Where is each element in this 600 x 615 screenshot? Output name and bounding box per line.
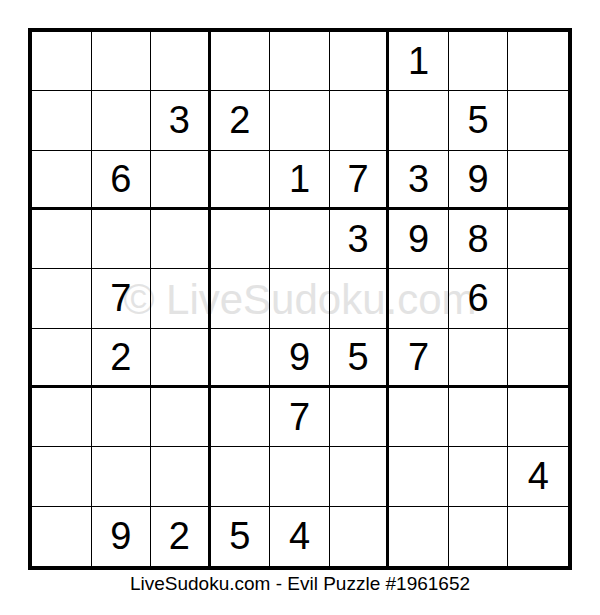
cell-r2c3[interactable]: 3 <box>151 91 211 150</box>
cell-r2c6[interactable] <box>330 91 390 150</box>
cell-r8c6[interactable] <box>330 447 390 506</box>
cell-r5c6[interactable] <box>330 269 390 328</box>
cell-r2c2[interactable] <box>92 91 152 150</box>
cell-r9c8[interactable] <box>449 507 509 566</box>
cell-r7c5[interactable]: 7 <box>270 388 330 447</box>
cell-r9c1[interactable] <box>32 507 92 566</box>
cell-r3c1[interactable] <box>32 151 92 210</box>
caption: LiveSudoku.com - Evil Puzzle #1961652 <box>0 573 600 595</box>
cell-r3c2[interactable]: 6 <box>92 151 152 210</box>
cell-r6c6[interactable]: 5 <box>330 329 390 388</box>
cell-r2c4[interactable]: 2 <box>211 91 271 150</box>
cell-r3c6[interactable]: 7 <box>330 151 390 210</box>
cell-r1c5[interactable] <box>270 32 330 91</box>
board-row-7: 7 <box>32 388 568 447</box>
cell-r4c1[interactable] <box>32 210 92 269</box>
cell-r8c3[interactable] <box>151 447 211 506</box>
cell-r4c7[interactable]: 9 <box>389 210 449 269</box>
cell-r4c8[interactable]: 8 <box>449 210 509 269</box>
cell-r3c9[interactable] <box>508 151 568 210</box>
cell-r4c2[interactable] <box>92 210 152 269</box>
cell-r7c2[interactable] <box>92 388 152 447</box>
cell-r5c9[interactable] <box>508 269 568 328</box>
cell-r4c3[interactable] <box>151 210 211 269</box>
cell-r6c4[interactable] <box>211 329 271 388</box>
cell-r9c7[interactable] <box>389 507 449 566</box>
cell-r3c4[interactable] <box>211 151 271 210</box>
cell-r6c5[interactable]: 9 <box>270 329 330 388</box>
cell-r5c1[interactable] <box>32 269 92 328</box>
cell-r4c9[interactable] <box>508 210 568 269</box>
cell-r3c8[interactable]: 9 <box>449 151 509 210</box>
cell-r5c4[interactable] <box>211 269 271 328</box>
cell-r9c5[interactable]: 4 <box>270 507 330 566</box>
board-row-6: 2 9 5 7 <box>32 329 568 388</box>
cell-r7c9[interactable] <box>508 388 568 447</box>
board-row-2: 3 2 5 <box>32 91 568 150</box>
cell-r8c9[interactable]: 4 <box>508 447 568 506</box>
cell-r7c1[interactable] <box>32 388 92 447</box>
cell-r7c8[interactable] <box>449 388 509 447</box>
cell-r7c4[interactable] <box>211 388 271 447</box>
cell-r3c3[interactable] <box>151 151 211 210</box>
cell-r7c6[interactable] <box>330 388 390 447</box>
board-row-8: 4 <box>32 447 568 506</box>
cell-r1c4[interactable] <box>211 32 271 91</box>
cell-r9c6[interactable] <box>330 507 390 566</box>
board-row-9: 9 2 5 4 <box>32 507 568 566</box>
board-row-1: 1 <box>32 32 568 91</box>
cell-r6c8[interactable] <box>449 329 509 388</box>
sudoku-board: 1 3 2 5 6 1 7 3 9 3 9 8 7 <box>28 28 572 570</box>
cell-r1c1[interactable] <box>32 32 92 91</box>
cell-r4c6[interactable]: 3 <box>330 210 390 269</box>
cell-r5c3[interactable] <box>151 269 211 328</box>
cell-r2c7[interactable] <box>389 91 449 150</box>
cell-r6c2[interactable]: 2 <box>92 329 152 388</box>
cell-r8c2[interactable] <box>92 447 152 506</box>
cell-r1c7[interactable]: 1 <box>389 32 449 91</box>
cell-r5c2[interactable]: 7 <box>92 269 152 328</box>
cell-r2c1[interactable] <box>32 91 92 150</box>
board-row-4: 3 9 8 <box>32 210 568 269</box>
cell-r6c7[interactable]: 7 <box>389 329 449 388</box>
cell-r2c5[interactable] <box>270 91 330 150</box>
cell-r6c3[interactable] <box>151 329 211 388</box>
cell-r7c3[interactable] <box>151 388 211 447</box>
cell-r8c5[interactable] <box>270 447 330 506</box>
cell-r2c9[interactable] <box>508 91 568 150</box>
cell-r1c9[interactable] <box>508 32 568 91</box>
cell-r7c7[interactable] <box>389 388 449 447</box>
cell-r9c4[interactable]: 5 <box>211 507 271 566</box>
cell-r3c5[interactable]: 1 <box>270 151 330 210</box>
cell-r8c4[interactable] <box>211 447 271 506</box>
cell-r5c5[interactable] <box>270 269 330 328</box>
board-row-3: 6 1 7 3 9 <box>32 151 568 210</box>
board-row-5: 7 6 <box>32 269 568 328</box>
cell-r1c6[interactable] <box>330 32 390 91</box>
cell-r8c7[interactable] <box>389 447 449 506</box>
cell-r1c2[interactable] <box>92 32 152 91</box>
cell-r4c5[interactable] <box>270 210 330 269</box>
cell-r3c7[interactable]: 3 <box>389 151 449 210</box>
cell-r2c8[interactable]: 5 <box>449 91 509 150</box>
cell-r8c1[interactable] <box>32 447 92 506</box>
cell-r6c1[interactable] <box>32 329 92 388</box>
cell-r1c3[interactable] <box>151 32 211 91</box>
cell-r9c2[interactable]: 9 <box>92 507 152 566</box>
cell-r9c3[interactable]: 2 <box>151 507 211 566</box>
cell-r1c8[interactable] <box>449 32 509 91</box>
cell-r6c9[interactable] <box>508 329 568 388</box>
cell-r5c7[interactable] <box>389 269 449 328</box>
cell-r8c8[interactable] <box>449 447 509 506</box>
cell-r4c4[interactable] <box>211 210 271 269</box>
cell-r5c8[interactable]: 6 <box>449 269 509 328</box>
cell-r9c9[interactable] <box>508 507 568 566</box>
